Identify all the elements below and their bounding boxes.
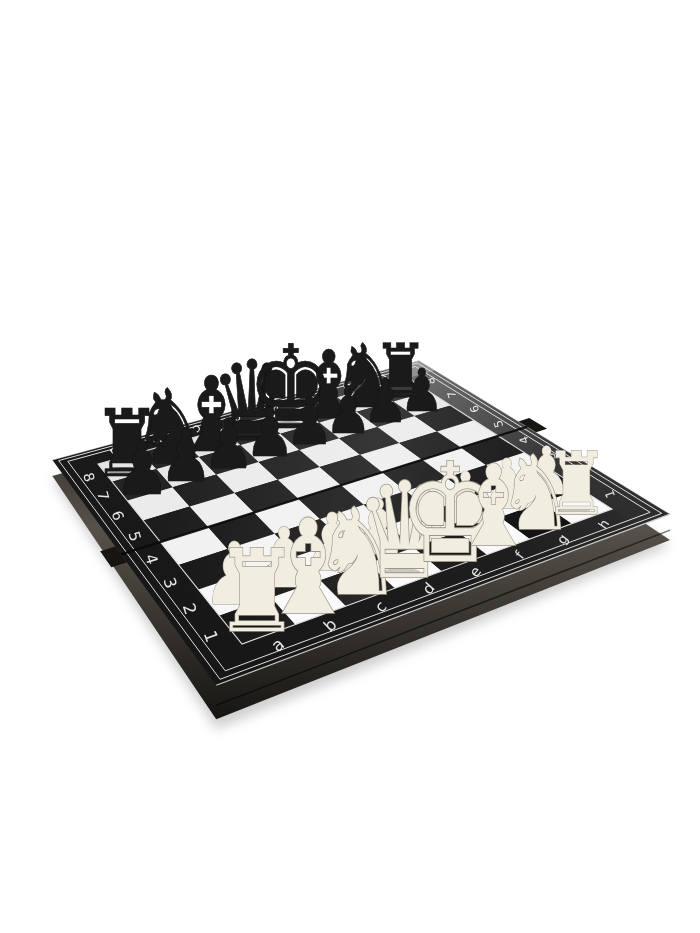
chess-set-photo: aabbccddeeffgghh8877665544332211 ♜♞♝♛♚♝♞… <box>0 0 700 933</box>
product-photo-canvas: aabbccddeeffgghh8877665544332211 ♜♞♝♛♚♝♞… <box>0 0 700 933</box>
piece-white-rook-h1[interactable]: ♜ <box>544 434 609 535</box>
piece-black-pawn-h7[interactable]: ♟ <box>399 356 444 425</box>
